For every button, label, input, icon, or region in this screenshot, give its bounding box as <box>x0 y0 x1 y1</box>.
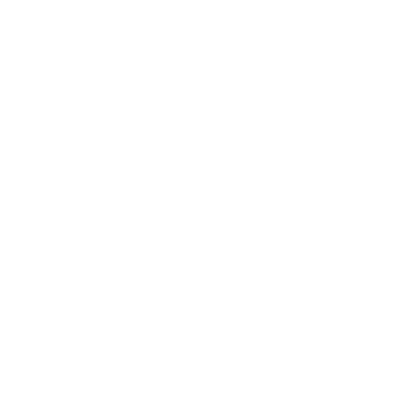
chinese-checkers-scene <box>0 0 400 400</box>
peg-layer <box>0 0 400 400</box>
